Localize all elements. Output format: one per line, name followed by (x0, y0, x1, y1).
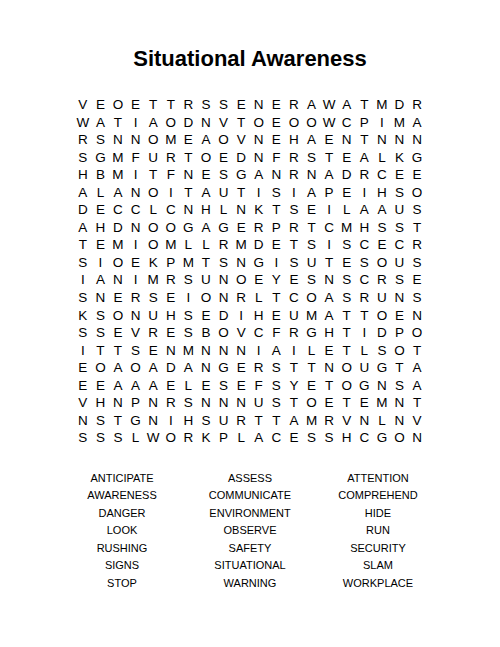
grid-cell-r14c13[interactable]: R (285, 324, 303, 342)
grid-cell-r10c10[interactable]: N (232, 254, 250, 272)
grid-cell-r2c17[interactable]: P (356, 114, 374, 132)
grid-cell-r15c1[interactable]: I (74, 342, 92, 360)
grid-cell-r11c6[interactable]: R (162, 271, 180, 289)
grid-cell-r2c2[interactable]: A (92, 114, 110, 132)
grid-cell-r15c19[interactable]: O (391, 342, 409, 360)
grid-cell-r12c14[interactable]: O (303, 289, 321, 307)
grid-cell-r13c19[interactable]: E (391, 307, 409, 325)
grid-cell-r3c9[interactable]: O (215, 131, 233, 149)
grid-cell-r9c9[interactable]: R (215, 236, 233, 254)
grid-cell-r19c10[interactable]: R (232, 412, 250, 430)
grid-cell-r5c18[interactable]: C (373, 166, 391, 184)
grid-cell-r1c15[interactable]: W (320, 96, 338, 114)
grid-cell-r5c11[interactable]: A (250, 166, 268, 184)
grid-cell-r11c3[interactable]: N (109, 271, 127, 289)
grid-cell-r6c1[interactable]: A (74, 184, 92, 202)
grid-cell-r18c5[interactable]: N (144, 394, 162, 412)
grid-cell-r9c13[interactable]: T (285, 236, 303, 254)
grid-cell-r3c15[interactable]: E (320, 131, 338, 149)
grid-cell-r16c10[interactable]: E (232, 359, 250, 377)
grid-cell-r4c9[interactable]: E (215, 149, 233, 167)
grid-cell-r12c10[interactable]: R (232, 289, 250, 307)
grid-cell-r9c20[interactable]: R (408, 236, 426, 254)
grid-cell-r10c12[interactable]: I (268, 254, 286, 272)
grid-cell-r10c4[interactable]: E (127, 254, 145, 272)
grid-cell-r13c11[interactable]: H (250, 307, 268, 325)
grid-cell-r4c14[interactable]: S (303, 149, 321, 167)
grid-cell-r20c8[interactable]: K (197, 429, 215, 447)
grid-cell-r17c19[interactable]: S (391, 377, 409, 395)
grid-cell-r14c6[interactable]: E (162, 324, 180, 342)
grid-cell-r2c10[interactable]: T (232, 114, 250, 132)
grid-cell-r9c1[interactable]: T (74, 236, 92, 254)
grid-cell-r20c1[interactable]: S (74, 429, 92, 447)
grid-cell-r7c8[interactable]: H (197, 201, 215, 219)
grid-cell-r2c8[interactable]: N (197, 114, 215, 132)
grid-cell-r15c17[interactable]: L (356, 342, 374, 360)
grid-cell-r10c18[interactable]: O (373, 254, 391, 272)
grid-cell-r4c8[interactable]: O (197, 149, 215, 167)
grid-cell-r17c3[interactable]: A (109, 377, 127, 395)
grid-cell-r5c12[interactable]: N (268, 166, 286, 184)
grid-cell-r15c20[interactable]: T (408, 342, 426, 360)
grid-cell-r12c13[interactable]: C (285, 289, 303, 307)
grid-cell-r9c19[interactable]: C (391, 236, 409, 254)
grid-cell-r4c12[interactable]: F (268, 149, 286, 167)
grid-cell-r18c6[interactable]: R (162, 394, 180, 412)
grid-cell-r18c18[interactable]: M (373, 394, 391, 412)
grid-cell-r15c7[interactable]: M (180, 342, 198, 360)
grid-cell-r2c14[interactable]: O (303, 114, 321, 132)
grid-cell-r7c14[interactable]: E (303, 201, 321, 219)
grid-cell-r7c13[interactable]: S (285, 201, 303, 219)
grid-cell-r14c12[interactable]: F (268, 324, 286, 342)
grid-cell-r6c19[interactable]: S (391, 184, 409, 202)
grid-cell-r20c7[interactable]: R (180, 429, 198, 447)
grid-cell-r11c18[interactable]: R (373, 271, 391, 289)
grid-cell-r15c12[interactable]: A (268, 342, 286, 360)
grid-cell-r11c10[interactable]: O (232, 271, 250, 289)
grid-cell-r4c3[interactable]: M (109, 149, 127, 167)
grid-cell-r9c3[interactable]: M (109, 236, 127, 254)
grid-cell-r9c17[interactable]: C (356, 236, 374, 254)
grid-cell-r7c3[interactable]: C (109, 201, 127, 219)
grid-cell-r16c2[interactable]: O (92, 359, 110, 377)
grid-cell-r17c20[interactable]: A (408, 377, 426, 395)
grid-cell-r12c18[interactable]: U (373, 289, 391, 307)
grid-cell-r15c4[interactable]: S (127, 342, 145, 360)
grid-cell-r11c19[interactable]: S (391, 271, 409, 289)
grid-cell-r5c15[interactable]: A (320, 166, 338, 184)
grid-cell-r12c4[interactable]: R (127, 289, 145, 307)
grid-cell-r8c4[interactable]: N (127, 219, 145, 237)
grid-cell-r20c14[interactable]: S (303, 429, 321, 447)
grid-cell-r16c7[interactable]: A (180, 359, 198, 377)
grid-cell-r16c9[interactable]: G (215, 359, 233, 377)
grid-cell-r17c10[interactable]: E (232, 377, 250, 395)
grid-cell-r6c14[interactable]: A (303, 184, 321, 202)
grid-cell-r9c6[interactable]: M (162, 236, 180, 254)
grid-cell-r5c7[interactable]: N (180, 166, 198, 184)
grid-cell-r11c9[interactable]: N (215, 271, 233, 289)
grid-cell-r1c7[interactable]: R (180, 96, 198, 114)
grid-cell-r15c15[interactable]: E (320, 342, 338, 360)
grid-cell-r10c20[interactable]: S (408, 254, 426, 272)
grid-cell-r7c5[interactable]: L (144, 201, 162, 219)
grid-cell-r16c11[interactable]: R (250, 359, 268, 377)
grid-cell-r8c20[interactable]: T (408, 219, 426, 237)
grid-cell-r11c20[interactable]: E (408, 271, 426, 289)
grid-cell-r14c11[interactable]: C (250, 324, 268, 342)
grid-cell-r12c3[interactable]: E (109, 289, 127, 307)
grid-cell-r14c5[interactable]: R (144, 324, 162, 342)
grid-cell-r8c18[interactable]: S (373, 219, 391, 237)
grid-cell-r8c14[interactable]: T (303, 219, 321, 237)
grid-cell-r18c16[interactable]: T (338, 394, 356, 412)
grid-cell-r17c16[interactable]: O (338, 377, 356, 395)
grid-cell-r12c12[interactable]: T (268, 289, 286, 307)
grid-cell-r3c2[interactable]: S (92, 131, 110, 149)
grid-cell-r17c1[interactable]: E (74, 377, 92, 395)
grid-cell-r15c6[interactable]: N (162, 342, 180, 360)
grid-cell-r8c5[interactable]: O (144, 219, 162, 237)
grid-cell-r4c16[interactable]: E (338, 149, 356, 167)
grid-cell-r1c8[interactable]: S (197, 96, 215, 114)
grid-cell-r7c19[interactable]: U (391, 201, 409, 219)
grid-cell-r19c6[interactable]: I (162, 412, 180, 430)
grid-cell-r16c20[interactable]: A (408, 359, 426, 377)
grid-cell-r2c12[interactable]: E (268, 114, 286, 132)
grid-cell-r10c14[interactable]: U (303, 254, 321, 272)
grid-cell-r10c7[interactable]: M (180, 254, 198, 272)
grid-cell-r13c15[interactable]: A (320, 307, 338, 325)
grid-cell-r1c1[interactable]: V (74, 96, 92, 114)
grid-cell-r5c6[interactable]: F (162, 166, 180, 184)
grid-cell-r17c8[interactable]: E (197, 377, 215, 395)
grid-cell-r19c13[interactable]: A (285, 412, 303, 430)
grid-cell-r19c18[interactable]: L (373, 412, 391, 430)
grid-cell-r19c19[interactable]: N (391, 412, 409, 430)
grid-cell-r7c6[interactable]: C (162, 201, 180, 219)
grid-cell-r18c4[interactable]: P (127, 394, 145, 412)
grid-cell-r10c19[interactable]: U (391, 254, 409, 272)
grid-cell-r19c1[interactable]: N (74, 412, 92, 430)
grid-cell-r3c18[interactable]: N (373, 131, 391, 149)
grid-cell-r1c14[interactable]: A (303, 96, 321, 114)
grid-cell-r12c2[interactable]: N (92, 289, 110, 307)
grid-cell-r19c7[interactable]: H (180, 412, 198, 430)
grid-cell-r6c6[interactable]: I (162, 184, 180, 202)
grid-cell-r1c20[interactable]: R (408, 96, 426, 114)
grid-cell-r11c2[interactable]: A (92, 271, 110, 289)
grid-cell-r13c3[interactable]: O (109, 307, 127, 325)
grid-cell-r6c13[interactable]: I (285, 184, 303, 202)
grid-cell-r6c11[interactable]: I (250, 184, 268, 202)
grid-cell-r3c5[interactable]: O (144, 131, 162, 149)
grid-cell-r5c19[interactable]: E (391, 166, 409, 184)
grid-cell-r17c15[interactable]: T (320, 377, 338, 395)
grid-cell-r3c1[interactable]: R (74, 131, 92, 149)
grid-cell-r10c15[interactable]: T (320, 254, 338, 272)
grid-cell-r10c5[interactable]: K (144, 254, 162, 272)
grid-cell-r6c10[interactable]: T (232, 184, 250, 202)
grid-cell-r19c17[interactable]: N (356, 412, 374, 430)
grid-cell-r18c10[interactable]: N (232, 394, 250, 412)
grid-cell-r20c3[interactable]: S (109, 429, 127, 447)
grid-cell-r19c15[interactable]: R (320, 412, 338, 430)
grid-cell-r3c4[interactable]: N (127, 131, 145, 149)
grid-cell-r10c17[interactable]: S (356, 254, 374, 272)
grid-cell-r20c5[interactable]: W (144, 429, 162, 447)
grid-cell-r7c15[interactable]: I (320, 201, 338, 219)
grid-cell-r8c15[interactable]: C (320, 219, 338, 237)
grid-cell-r9c4[interactable]: I (127, 236, 145, 254)
grid-cell-r15c11[interactable]: I (250, 342, 268, 360)
grid-cell-r13c17[interactable]: T (356, 307, 374, 325)
grid-cell-r2c16[interactable]: C (338, 114, 356, 132)
grid-cell-r11c15[interactable]: N (320, 271, 338, 289)
grid-cell-r20c13[interactable]: E (285, 429, 303, 447)
grid-cell-r18c15[interactable]: E (320, 394, 338, 412)
grid-cell-r13c6[interactable]: H (162, 307, 180, 325)
grid-cell-r6c15[interactable]: P (320, 184, 338, 202)
grid-cell-r2c20[interactable]: A (408, 114, 426, 132)
grid-cell-r17c7[interactable]: L (180, 377, 198, 395)
grid-cell-r18c11[interactable]: U (250, 394, 268, 412)
grid-cell-r6c5[interactable]: O (144, 184, 162, 202)
grid-cell-r10c1[interactable]: S (74, 254, 92, 272)
grid-cell-r13c7[interactable]: S (180, 307, 198, 325)
grid-cell-r1c19[interactable]: D (391, 96, 409, 114)
grid-cell-r1c2[interactable]: E (92, 96, 110, 114)
grid-cell-r17c11[interactable]: F (250, 377, 268, 395)
grid-cell-r19c2[interactable]: S (92, 412, 110, 430)
grid-cell-r18c17[interactable]: E (356, 394, 374, 412)
grid-cell-r17c2[interactable]: E (92, 377, 110, 395)
grid-cell-r13c1[interactable]: K (74, 307, 92, 325)
grid-cell-r7c17[interactable]: A (356, 201, 374, 219)
grid-cell-r4c2[interactable]: G (92, 149, 110, 167)
grid-cell-r9c5[interactable]: O (144, 236, 162, 254)
grid-cell-r18c20[interactable]: T (408, 394, 426, 412)
grid-cell-r1c18[interactable]: M (373, 96, 391, 114)
grid-cell-r15c8[interactable]: N (197, 342, 215, 360)
grid-cell-r11c5[interactable]: M (144, 271, 162, 289)
grid-cell-r6c9[interactable]: U (215, 184, 233, 202)
grid-cell-r20c19[interactable]: O (391, 429, 409, 447)
grid-cell-r12c11[interactable]: L (250, 289, 268, 307)
grid-cell-r3c10[interactable]: V (232, 131, 250, 149)
grid-cell-r16c1[interactable]: E (74, 359, 92, 377)
grid-cell-r6c16[interactable]: E (338, 184, 356, 202)
grid-cell-r13c20[interactable]: N (408, 307, 426, 325)
grid-cell-r11c12[interactable]: Y (268, 271, 286, 289)
grid-cell-r2c5[interactable]: A (144, 114, 162, 132)
grid-cell-r2c4[interactable]: I (127, 114, 145, 132)
grid-cell-r5c13[interactable]: R (285, 166, 303, 184)
grid-cell-r19c3[interactable]: T (109, 412, 127, 430)
grid-cell-r16c19[interactable]: T (391, 359, 409, 377)
grid-cell-r7c12[interactable]: T (268, 201, 286, 219)
grid-cell-r15c18[interactable]: S (373, 342, 391, 360)
grid-cell-r14c14[interactable]: G (303, 324, 321, 342)
grid-cell-r17c4[interactable]: A (127, 377, 145, 395)
grid-cell-r15c3[interactable]: T (109, 342, 127, 360)
grid-cell-r3c12[interactable]: E (268, 131, 286, 149)
grid-cell-r5c16[interactable]: D (338, 166, 356, 184)
grid-cell-r7c9[interactable]: L (215, 201, 233, 219)
grid-cell-r4c13[interactable]: R (285, 149, 303, 167)
grid-cell-r1c17[interactable]: T (356, 96, 374, 114)
grid-cell-r10c6[interactable]: P (162, 254, 180, 272)
grid-cell-r4c20[interactable]: G (408, 149, 426, 167)
grid-cell-r9c10[interactable]: M (232, 236, 250, 254)
grid-cell-r13c4[interactable]: N (127, 307, 145, 325)
grid-cell-r11c13[interactable]: E (285, 271, 303, 289)
grid-cell-r12c6[interactable]: E (162, 289, 180, 307)
grid-cell-r12c8[interactable]: O (197, 289, 215, 307)
grid-cell-r7c1[interactable]: D (74, 201, 92, 219)
grid-cell-r15c10[interactable]: N (232, 342, 250, 360)
grid-cell-r4c18[interactable]: L (373, 149, 391, 167)
grid-cell-r7c2[interactable]: E (92, 201, 110, 219)
grid-cell-r4c10[interactable]: D (232, 149, 250, 167)
grid-cell-r13c8[interactable]: E (197, 307, 215, 325)
grid-cell-r9c14[interactable]: S (303, 236, 321, 254)
grid-cell-r19c9[interactable]: U (215, 412, 233, 430)
grid-cell-r5c3[interactable]: M (109, 166, 127, 184)
grid-cell-r4c1[interactable]: S (74, 149, 92, 167)
grid-cell-r20c16[interactable]: H (338, 429, 356, 447)
grid-cell-r16c6[interactable]: D (162, 359, 180, 377)
grid-cell-r12c16[interactable]: S (338, 289, 356, 307)
grid-cell-r6c17[interactable]: I (356, 184, 374, 202)
grid-cell-r4c15[interactable]: T (320, 149, 338, 167)
grid-cell-r16c8[interactable]: N (197, 359, 215, 377)
grid-cell-r8c10[interactable]: E (232, 219, 250, 237)
grid-cell-r2c6[interactable]: O (162, 114, 180, 132)
grid-cell-r9c15[interactable]: I (320, 236, 338, 254)
grid-cell-r18c7[interactable]: S (180, 394, 198, 412)
grid-cell-r18c2[interactable]: H (92, 394, 110, 412)
grid-cell-r19c11[interactable]: T (250, 412, 268, 430)
grid-cell-r14c9[interactable]: O (215, 324, 233, 342)
grid-cell-r5c14[interactable]: N (303, 166, 321, 184)
grid-cell-r8c9[interactable]: G (215, 219, 233, 237)
grid-cell-r8c1[interactable]: A (74, 219, 92, 237)
grid-cell-r11c17[interactable]: C (356, 271, 374, 289)
grid-cell-r16c13[interactable]: T (285, 359, 303, 377)
grid-cell-r8c6[interactable]: O (162, 219, 180, 237)
grid-cell-r11c16[interactable]: S (338, 271, 356, 289)
grid-cell-r17c14[interactable]: E (303, 377, 321, 395)
grid-cell-r14c2[interactable]: S (92, 324, 110, 342)
grid-cell-r10c13[interactable]: S (285, 254, 303, 272)
grid-cell-r2c18[interactable]: I (373, 114, 391, 132)
grid-cell-r3c19[interactable]: N (391, 131, 409, 149)
grid-cell-r14c8[interactable]: B (197, 324, 215, 342)
grid-cell-r20c11[interactable]: A (250, 429, 268, 447)
grid-cell-r16c18[interactable]: G (373, 359, 391, 377)
grid-cell-r9c16[interactable]: S (338, 236, 356, 254)
grid-cell-r13c9[interactable]: D (215, 307, 233, 325)
grid-cell-r16c12[interactable]: S (268, 359, 286, 377)
grid-cell-r6c20[interactable]: O (408, 184, 426, 202)
grid-cell-r16c4[interactable]: O (127, 359, 145, 377)
grid-cell-r10c3[interactable]: O (109, 254, 127, 272)
grid-cell-r19c5[interactable]: N (144, 412, 162, 430)
grid-cell-r17c17[interactable]: G (356, 377, 374, 395)
grid-cell-r13c13[interactable]: U (285, 307, 303, 325)
grid-cell-r16c15[interactable]: N (320, 359, 338, 377)
grid-cell-r13c18[interactable]: O (373, 307, 391, 325)
grid-cell-r16c5[interactable]: A (144, 359, 162, 377)
grid-cell-r17c13[interactable]: Y (285, 377, 303, 395)
grid-cell-r20c4[interactable]: L (127, 429, 145, 447)
grid-cell-r15c13[interactable]: I (285, 342, 303, 360)
grid-cell-r16c3[interactable]: A (109, 359, 127, 377)
grid-cell-r8c8[interactable]: A (197, 219, 215, 237)
grid-cell-r12c5[interactable]: S (144, 289, 162, 307)
grid-cell-r14c7[interactable]: S (180, 324, 198, 342)
grid-cell-r9c8[interactable]: L (197, 236, 215, 254)
grid-cell-r1c6[interactable]: T (162, 96, 180, 114)
grid-cell-r6c18[interactable]: H (373, 184, 391, 202)
grid-cell-r11c11[interactable]: E (250, 271, 268, 289)
grid-cell-r20c2[interactable]: S (92, 429, 110, 447)
grid-cell-r7c10[interactable]: N (232, 201, 250, 219)
grid-cell-r18c14[interactable]: O (303, 394, 321, 412)
grid-cell-r9c2[interactable]: E (92, 236, 110, 254)
grid-cell-r17c6[interactable]: E (162, 377, 180, 395)
grid-cell-r7c18[interactable]: A (373, 201, 391, 219)
grid-cell-r16c17[interactable]: U (356, 359, 374, 377)
grid-cell-r4c5[interactable]: U (144, 149, 162, 167)
grid-cell-r15c14[interactable]: L (303, 342, 321, 360)
grid-cell-r4c19[interactable]: K (391, 149, 409, 167)
grid-cell-r14c16[interactable]: T (338, 324, 356, 342)
grid-cell-r5c1[interactable]: H (74, 166, 92, 184)
grid-cell-r8c12[interactable]: P (268, 219, 286, 237)
grid-cell-r20c12[interactable]: C (268, 429, 286, 447)
grid-cell-r5c4[interactable]: I (127, 166, 145, 184)
grid-cell-r5c9[interactable]: S (215, 166, 233, 184)
grid-cell-r6c3[interactable]: A (109, 184, 127, 202)
grid-cell-r20c18[interactable]: G (373, 429, 391, 447)
grid-cell-r19c12[interactable]: T (268, 412, 286, 430)
grid-cell-r14c1[interactable]: S (74, 324, 92, 342)
grid-cell-r18c3[interactable]: N (109, 394, 127, 412)
grid-cell-r17c12[interactable]: S (268, 377, 286, 395)
grid-cell-r9c7[interactable]: L (180, 236, 198, 254)
grid-cell-r14c17[interactable]: I (356, 324, 374, 342)
grid-cell-r3c3[interactable]: N (109, 131, 127, 149)
grid-cell-r2c7[interactable]: D (180, 114, 198, 132)
grid-cell-r8c16[interactable]: M (338, 219, 356, 237)
grid-cell-r4c11[interactable]: N (250, 149, 268, 167)
grid-cell-r10c11[interactable]: G (250, 254, 268, 272)
grid-cell-r5c10[interactable]: G (232, 166, 250, 184)
grid-cell-r15c5[interactable]: E (144, 342, 162, 360)
grid-cell-r15c2[interactable]: T (92, 342, 110, 360)
grid-cell-r7c20[interactable]: S (408, 201, 426, 219)
grid-cell-r1c5[interactable]: T (144, 96, 162, 114)
grid-cell-r3c6[interactable]: M (162, 131, 180, 149)
grid-cell-r10c9[interactable]: S (215, 254, 233, 272)
grid-cell-r3c16[interactable]: N (338, 131, 356, 149)
grid-cell-r4c17[interactable]: A (356, 149, 374, 167)
grid-cell-r1c3[interactable]: O (109, 96, 127, 114)
